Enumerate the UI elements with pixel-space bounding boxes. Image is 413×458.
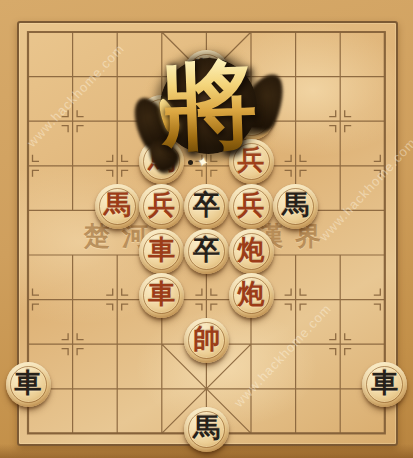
- piece-red-pawn[interactable]: 兵: [139, 184, 184, 229]
- xiangqi-app-screen: 楚河 漢界 將士兵士馬兵馬兵卒兵馬車卒炮車炮帥車車馬 將 將 ✦ www.hac…: [0, 0, 413, 458]
- piece-glyph: 士: [238, 103, 265, 130]
- piece-glyph: 馬: [282, 192, 309, 219]
- piece-glyph: 車: [371, 370, 398, 397]
- piece-black-pawn[interactable]: 卒: [184, 184, 229, 229]
- piece-black-horse[interactable]: 馬: [273, 184, 318, 229]
- piece-glyph: 馬: [193, 415, 220, 442]
- piece-glyph: 卒: [193, 237, 220, 264]
- piece-glyph: 炮: [238, 281, 265, 308]
- piece-glyph: 將: [193, 58, 220, 85]
- piece-black-chariot[interactable]: 車: [6, 362, 51, 407]
- piece-red-cannon[interactable]: 炮: [229, 273, 274, 318]
- piece-glyph: 士: [148, 103, 175, 130]
- piece-glyph: 卒: [193, 192, 220, 219]
- piece-red-cannon[interactable]: 炮: [229, 229, 274, 274]
- piece-glyph: 馬: [148, 147, 175, 174]
- piece-glyph: 車: [15, 370, 42, 397]
- piece-glyph: 兵: [238, 147, 265, 174]
- piece-red-pawn[interactable]: 兵: [229, 139, 274, 184]
- piece-glyph: 兵: [148, 192, 175, 219]
- piece-red-pawn[interactable]: 兵: [184, 95, 229, 140]
- piece-glyph: 馬: [104, 192, 131, 219]
- piece-black-general[interactable]: 將: [184, 50, 229, 95]
- piece-black-advisor[interactable]: 士: [139, 95, 184, 140]
- piece-red-general[interactable]: 帥: [184, 318, 229, 363]
- piece-red-pawn[interactable]: 兵: [229, 184, 274, 229]
- piece-glyph: 車: [148, 237, 175, 264]
- piece-red-horse[interactable]: 馬: [95, 184, 140, 229]
- piece-glyph: 帥: [193, 326, 220, 353]
- piece-black-pawn[interactable]: 卒: [184, 229, 229, 274]
- piece-glyph: 兵: [238, 192, 265, 219]
- piece-glyph: 車: [148, 281, 175, 308]
- piece-black-advisor[interactable]: 士: [229, 95, 274, 140]
- piece-glyph: 炮: [238, 237, 265, 264]
- piece-glyph: 兵: [193, 103, 220, 130]
- piece-black-horse[interactable]: 馬: [184, 407, 229, 452]
- piece-red-chariot[interactable]: 車: [139, 229, 184, 274]
